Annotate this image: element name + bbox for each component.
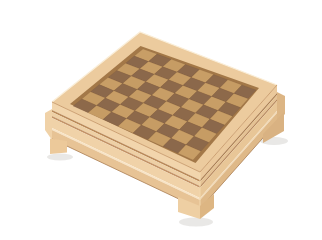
photo-stage	[0, 0, 322, 240]
near-foot-shadow	[179, 218, 213, 227]
chessboard-scene	[0, 0, 322, 240]
left-foot-shadow	[47, 154, 73, 161]
chessboard-product-photo	[0, 0, 322, 240]
left-foot	[50, 139, 67, 155]
